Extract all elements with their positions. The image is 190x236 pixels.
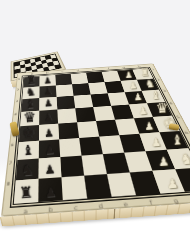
black-queen-piece: ♛ [29,110,30,124]
square: ♟ [38,177,62,202]
black-pawn-piece: ♟ [47,76,48,85]
square: ♝ [21,98,39,112]
square [57,108,77,123]
square: ♟ [39,124,59,141]
white-pawn-piece: ♟ [171,178,172,191]
square: ♜ [14,179,39,204]
square [58,122,79,139]
black-pawn-piece: ♟ [49,164,50,176]
white-pawn-piece: ♟ [128,71,129,80]
black-pawn-piece: ♟ [48,113,49,123]
board-frame: abcdefgh abcdefgh 12345678 12345678 ♜♟♟♜… [1,64,190,217]
black-pawn-piece: ♟ [49,145,50,156]
black-rook-piece: ♜ [25,185,26,200]
white-pawn-piece: ♟ [132,81,133,90]
square [60,156,84,178]
black-knight-piece: ♞ [30,87,31,98]
square [99,135,124,154]
square: ♛ [20,111,39,126]
square: ♞ [22,87,39,100]
white-pawn-piece: ♟ [148,121,149,132]
white-rook-piece: ♜ [144,68,145,78]
square: ♝ [17,141,39,160]
folding-hinge-seam [114,209,116,219]
black-pawn-piece: ♟ [50,186,51,199]
square: ♝ [159,131,188,150]
black-pawn-piece: ♟ [48,99,49,108]
square [84,174,111,198]
white-pawn-piece: ♟ [155,137,156,148]
black-king-piece: ♚ [28,125,29,140]
white-knight-piece: ♞ [185,152,186,166]
white-pawn-piece: ♟ [163,156,164,168]
square [59,138,81,157]
black-bishop-piece: ♝ [29,99,30,110]
product-photo: abcdefgh abcdefgh 12345678 12345678 ♜♟♟♜… [0,0,190,236]
square [77,121,99,138]
black-rook-piece: ♜ [31,76,32,86]
square [96,120,119,137]
white-pawn-piece: ♟ [137,93,138,102]
square [119,134,145,153]
square [115,118,139,135]
square [61,176,87,201]
square: ♟ [39,157,62,179]
white-pawn-piece: ♟ [143,106,144,116]
white-queen-piece: ♛ [161,101,162,115]
square [111,105,134,120]
square: ♞ [16,159,39,181]
square: ♚ [19,125,39,142]
square: ♟ [39,139,60,158]
brass-knob-icon [169,123,180,130]
black-bishop-piece: ♝ [27,144,28,157]
black-pawn-piece: ♟ [48,128,49,139]
square: ♞ [137,79,159,91]
white-knight-piece: ♞ [149,78,150,89]
chess-board: abcdefgh abcdefgh 12345678 12345678 ♜♟♟♜… [3,52,189,189]
square [82,154,107,175]
white-bishop-piece: ♝ [155,90,156,101]
white-bishop-piece: ♝ [176,134,177,147]
black-knight-piece: ♞ [26,163,27,177]
coordinate-label: h [187,195,190,203]
board-perspective: abcdefgh abcdefgh 12345678 12345678 ♜♟♟♜… [3,52,189,189]
square: ♟ [39,110,58,125]
black-pawn-piece: ♟ [47,87,48,96]
